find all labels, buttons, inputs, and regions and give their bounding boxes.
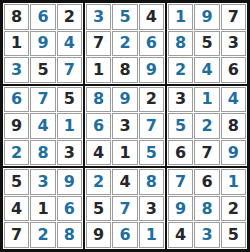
sudoku-cell-r4c9[interactable]: 4	[221, 87, 246, 113]
sudoku-cell-r6c7[interactable]: 6	[168, 140, 193, 166]
sudoku-cell-r4c8[interactable]: 1	[194, 87, 219, 113]
sudoku-cell-r7c2[interactable]: 3	[30, 169, 55, 195]
sudoku-box: 675941283	[2, 85, 84, 168]
sudoku-cell-r5c8[interactable]: 2	[194, 113, 219, 139]
sudoku-cell-r6c9[interactable]: 9	[221, 140, 246, 166]
sudoku-cell-r9c1[interactable]: 7	[4, 222, 29, 248]
sudoku-cell-r2c3[interactable]: 4	[57, 31, 82, 57]
sudoku-cell-r4c3[interactable]: 5	[57, 87, 82, 113]
sudoku-cell-r6c5[interactable]: 1	[112, 140, 137, 166]
sudoku-cell-r9c2[interactable]: 2	[30, 222, 55, 248]
sudoku-cell-r9c8[interactable]: 3	[194, 222, 219, 248]
sudoku-cell-r4c1[interactable]: 6	[4, 87, 29, 113]
sudoku-cell-r1c6[interactable]: 4	[139, 4, 164, 30]
sudoku-box: 248573961	[84, 167, 166, 250]
sudoku-cell-r1c3[interactable]: 2	[57, 4, 82, 30]
sudoku-cell-r8c7[interactable]: 9	[168, 196, 193, 222]
sudoku-cell-r2c8[interactable]: 5	[194, 31, 219, 57]
sudoku-cell-r9c4[interactable]: 9	[86, 222, 111, 248]
sudoku-cell-r1c9[interactable]: 7	[221, 4, 246, 30]
sudoku-cell-r8c1[interactable]: 4	[4, 196, 29, 222]
sudoku-cell-r1c2[interactable]: 6	[30, 4, 55, 30]
sudoku-cell-r2c7[interactable]: 8	[168, 31, 193, 57]
sudoku-cell-r8c4[interactable]: 5	[86, 196, 111, 222]
sudoku-cell-r5c4[interactable]: 6	[86, 113, 111, 139]
sudoku-cell-r6c3[interactable]: 3	[57, 140, 82, 166]
sudoku-cell-r3c1[interactable]: 3	[4, 57, 29, 83]
sudoku-cell-r9c6[interactable]: 1	[139, 222, 164, 248]
sudoku-cell-r3c4[interactable]: 1	[86, 57, 111, 83]
sudoku-cell-r5c6[interactable]: 7	[139, 113, 164, 139]
sudoku-cell-r9c9[interactable]: 5	[221, 222, 246, 248]
sudoku-cell-r8c6[interactable]: 3	[139, 196, 164, 222]
sudoku-cell-r3c2[interactable]: 5	[30, 57, 55, 83]
sudoku-cell-r9c3[interactable]: 8	[57, 222, 82, 248]
sudoku-cell-r9c5[interactable]: 6	[112, 222, 137, 248]
sudoku-cell-r5c9[interactable]: 8	[221, 113, 246, 139]
sudoku-cell-r8c9[interactable]: 2	[221, 196, 246, 222]
sudoku-cell-r5c3[interactable]: 1	[57, 113, 82, 139]
sudoku-cell-r6c8[interactable]: 7	[194, 140, 219, 166]
sudoku-cell-r2c4[interactable]: 7	[86, 31, 111, 57]
sudoku-box: 892637415	[84, 85, 166, 168]
sudoku-cell-r4c6[interactable]: 2	[139, 87, 164, 113]
sudoku-cell-r8c2[interactable]: 1	[30, 196, 55, 222]
sudoku-box: 197853246	[166, 2, 248, 85]
sudoku-board: 8621943573547261891978532466759412838926…	[0, 0, 250, 252]
sudoku-cell-r5c1[interactable]: 9	[4, 113, 29, 139]
sudoku-cell-r1c1[interactable]: 8	[4, 4, 29, 30]
sudoku-cell-r3c7[interactable]: 2	[168, 57, 193, 83]
sudoku-cell-r3c8[interactable]: 4	[194, 57, 219, 83]
sudoku-cell-r2c2[interactable]: 9	[30, 31, 55, 57]
sudoku-cell-r3c9[interactable]: 6	[221, 57, 246, 83]
sudoku-box: 354726189	[84, 2, 166, 85]
sudoku-cell-r5c5[interactable]: 3	[112, 113, 137, 139]
sudoku-box: 314528679	[166, 85, 248, 168]
sudoku-cell-r4c5[interactable]: 9	[112, 87, 137, 113]
sudoku-cell-r4c4[interactable]: 8	[86, 87, 111, 113]
sudoku-cell-r8c5[interactable]: 7	[112, 196, 137, 222]
sudoku-cell-r7c6[interactable]: 8	[139, 169, 164, 195]
sudoku-cell-r1c7[interactable]: 1	[168, 4, 193, 30]
sudoku-cell-r7c7[interactable]: 7	[168, 169, 193, 195]
sudoku-cell-r1c5[interactable]: 5	[112, 4, 137, 30]
sudoku-cell-r7c9[interactable]: 1	[221, 169, 246, 195]
sudoku-cell-r1c4[interactable]: 3	[86, 4, 111, 30]
sudoku-cell-r1c8[interactable]: 9	[194, 4, 219, 30]
sudoku-box: 539416728	[2, 167, 84, 250]
sudoku-cell-r6c1[interactable]: 2	[4, 140, 29, 166]
sudoku-cell-r5c7[interactable]: 5	[168, 113, 193, 139]
sudoku-cell-r7c1[interactable]: 5	[4, 169, 29, 195]
sudoku-cell-r3c3[interactable]: 7	[57, 57, 82, 83]
sudoku-cell-r9c7[interactable]: 4	[168, 222, 193, 248]
sudoku-cell-r8c3[interactable]: 6	[57, 196, 82, 222]
sudoku-cell-r6c6[interactable]: 5	[139, 140, 164, 166]
sudoku-cell-r2c6[interactable]: 6	[139, 31, 164, 57]
sudoku-cell-r5c2[interactable]: 4	[30, 113, 55, 139]
sudoku-cell-r7c5[interactable]: 4	[112, 169, 137, 195]
sudoku-cell-r6c2[interactable]: 8	[30, 140, 55, 166]
sudoku-cell-r2c1[interactable]: 1	[4, 31, 29, 57]
sudoku-box: 761982435	[166, 167, 248, 250]
sudoku-cell-r7c4[interactable]: 2	[86, 169, 111, 195]
sudoku-cell-r7c8[interactable]: 6	[194, 169, 219, 195]
sudoku-cell-r7c3[interactable]: 9	[57, 169, 82, 195]
sudoku-cell-r3c5[interactable]: 8	[112, 57, 137, 83]
sudoku-cell-r4c7[interactable]: 3	[168, 87, 193, 113]
sudoku-cell-r6c4[interactable]: 4	[86, 140, 111, 166]
sudoku-cell-r8c8[interactable]: 8	[194, 196, 219, 222]
sudoku-cell-r2c5[interactable]: 2	[112, 31, 137, 57]
sudoku-cell-r4c2[interactable]: 7	[30, 87, 55, 113]
sudoku-box: 862194357	[2, 2, 84, 85]
sudoku-cell-r3c6[interactable]: 9	[139, 57, 164, 83]
sudoku-cell-r2c9[interactable]: 3	[221, 31, 246, 57]
